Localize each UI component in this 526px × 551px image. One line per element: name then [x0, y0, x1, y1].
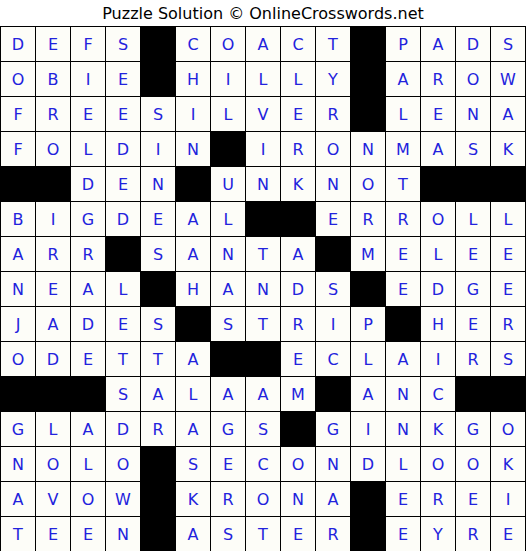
letter-cell-r11c6: L	[176, 377, 211, 412]
letter-cell-r12c8: S	[246, 412, 281, 447]
letter-cell-r10c11: L	[351, 342, 386, 377]
letter-cell-r14c13: R	[421, 482, 456, 517]
letter-cell-r6c5: E	[141, 202, 176, 237]
letter-cell-r4c8: I	[246, 132, 281, 167]
black-cell-r11c10	[316, 377, 351, 412]
letter-cell-r8c2: E	[36, 272, 71, 307]
letter-cell-r4c6: N	[176, 132, 211, 167]
letter-cell-r4c13: A	[421, 132, 456, 167]
letter-cell-r9c11: P	[351, 307, 386, 342]
letter-cell-r8c3: A	[71, 272, 106, 307]
letter-cell-r14c3: O	[71, 482, 106, 517]
letter-cell-r13c6: S	[176, 447, 211, 482]
black-cell-r11c2	[36, 377, 71, 412]
letter-cell-r7c5: S	[141, 237, 176, 272]
letter-cell-r10c2: D	[36, 342, 71, 377]
letter-cell-r9c1: J	[1, 307, 36, 342]
letter-cell-r8c7: A	[211, 272, 246, 307]
letter-cell-r10c1: O	[1, 342, 36, 377]
letter-cell-r10c3: E	[71, 342, 106, 377]
letter-cell-r6c15: L	[491, 202, 526, 237]
letter-cell-r3c15: A	[491, 97, 526, 132]
letter-cell-r13c2: O	[36, 447, 71, 482]
letter-cell-r5c3: D	[71, 167, 106, 202]
black-cell-r8c11	[351, 272, 386, 307]
letter-cell-r11c13: C	[421, 377, 456, 412]
puzzle-solution-page: Puzzle Solution © OnlineCrosswords.net D…	[0, 0, 526, 551]
letter-cell-r1c9: C	[281, 27, 316, 62]
letter-cell-r6c12: R	[386, 202, 421, 237]
letter-cell-r12c7: G	[211, 412, 246, 447]
letter-cell-r9c13: H	[421, 307, 456, 342]
letter-cell-r15c15: E	[491, 517, 526, 551]
letter-cell-r2c1: O	[1, 62, 36, 97]
letter-cell-r2c6: H	[176, 62, 211, 97]
letter-cell-r11c7: A	[211, 377, 246, 412]
letter-cell-r14c15: I	[491, 482, 526, 517]
black-cell-r2c11	[351, 62, 386, 97]
black-cell-r5c14	[456, 167, 491, 202]
letter-cell-r3c14: N	[456, 97, 491, 132]
letter-cell-r12c11: I	[351, 412, 386, 447]
letter-cell-r6c14: L	[456, 202, 491, 237]
letter-cell-r7c3: R	[71, 237, 106, 272]
black-cell-r5c13	[421, 167, 456, 202]
black-cell-r11c1	[1, 377, 36, 412]
black-cell-r6c9	[281, 202, 316, 237]
letter-cell-r1c13: A	[421, 27, 456, 62]
letter-cell-r4c9: R	[281, 132, 316, 167]
black-cell-r10c8	[246, 342, 281, 377]
letter-cell-r12c13: K	[421, 412, 456, 447]
letter-cell-r4c10: O	[316, 132, 351, 167]
letter-cell-r8c9: D	[281, 272, 316, 307]
letter-cell-r12c15: O	[491, 412, 526, 447]
black-cell-r4c7	[211, 132, 246, 167]
letter-cell-r8c10: S	[316, 272, 351, 307]
letter-cell-r12c5: R	[141, 412, 176, 447]
letter-cell-r14c9: N	[281, 482, 316, 517]
letter-cell-r5c10: N	[316, 167, 351, 202]
letter-cell-r4c14: S	[456, 132, 491, 167]
letter-cell-r11c9: M	[281, 377, 316, 412]
letter-cell-r13c15: K	[491, 447, 526, 482]
black-cell-r7c4	[106, 237, 141, 272]
letter-cell-r13c11: D	[351, 447, 386, 482]
letter-cell-r10c10: C	[316, 342, 351, 377]
letter-cell-r8c6: H	[176, 272, 211, 307]
black-cell-r5c1	[1, 167, 36, 202]
letter-cell-r3c12: L	[386, 97, 421, 132]
letter-cell-r7c9: A	[281, 237, 316, 272]
letter-cell-r1c3: F	[71, 27, 106, 62]
crossword-grid: DEFSCOACTPADSOBIEHILLYAROWFREESILVERLENA…	[0, 26, 526, 551]
letter-cell-r7c7: N	[211, 237, 246, 272]
letter-cell-r14c4: W	[106, 482, 141, 517]
letter-cell-r4c15: K	[491, 132, 526, 167]
black-cell-r5c15	[491, 167, 526, 202]
letter-cell-r9c4: E	[106, 307, 141, 342]
letter-cell-r3c4: E	[106, 97, 141, 132]
black-cell-r11c3	[71, 377, 106, 412]
letter-cell-r14c12: E	[386, 482, 421, 517]
letter-cell-r10c5: T	[141, 342, 176, 377]
letter-cell-r1c7: O	[211, 27, 246, 62]
letter-cell-r6c13: O	[421, 202, 456, 237]
black-cell-r13c5	[141, 447, 176, 482]
letter-cell-r14c14: E	[456, 482, 491, 517]
black-cell-r1c11	[351, 27, 386, 62]
letter-cell-r12c12: N	[386, 412, 421, 447]
letter-cell-r3c5: S	[141, 97, 176, 132]
letter-cell-r9c9: R	[281, 307, 316, 342]
black-cell-r11c14	[456, 377, 491, 412]
letter-cell-r8c13: D	[421, 272, 456, 307]
black-cell-r7c10	[316, 237, 351, 272]
letter-cell-r7c13: L	[421, 237, 456, 272]
letter-cell-r12c3: A	[71, 412, 106, 447]
letter-cell-r12c4: D	[106, 412, 141, 447]
letter-cell-r2c10: Y	[316, 62, 351, 97]
letter-cell-r6c3: G	[71, 202, 106, 237]
letter-cell-r2c8: L	[246, 62, 281, 97]
letter-cell-r6c11: R	[351, 202, 386, 237]
letter-cell-r5c9: K	[281, 167, 316, 202]
letter-cell-r15c9: E	[281, 517, 316, 551]
letter-cell-r6c4: D	[106, 202, 141, 237]
letter-cell-r2c12: A	[386, 62, 421, 97]
black-cell-r14c5	[141, 482, 176, 517]
letter-cell-r13c4: O	[106, 447, 141, 482]
letter-cell-r4c5: I	[141, 132, 176, 167]
black-cell-r1c5	[141, 27, 176, 62]
letter-cell-r13c1: N	[1, 447, 36, 482]
letter-cell-r5c5: N	[141, 167, 176, 202]
black-cell-r5c6	[176, 167, 211, 202]
letter-cell-r8c14: G	[456, 272, 491, 307]
letter-cell-r1c15: S	[491, 27, 526, 62]
letter-cell-r14c6: K	[176, 482, 211, 517]
letter-cell-r4c3: L	[71, 132, 106, 167]
letter-cell-r4c4: D	[106, 132, 141, 167]
letter-cell-r10c15: S	[491, 342, 526, 377]
letter-cell-r10c12: A	[386, 342, 421, 377]
letter-cell-r3c6: I	[176, 97, 211, 132]
letter-cell-r10c14: R	[456, 342, 491, 377]
letter-cell-r13c9: O	[281, 447, 316, 482]
letter-cell-r15c2: E	[36, 517, 71, 551]
letter-cell-r3c2: R	[36, 97, 71, 132]
letter-cell-r15c10: R	[316, 517, 351, 551]
letter-cell-r13c8: C	[246, 447, 281, 482]
letter-cell-r11c8: A	[246, 377, 281, 412]
letter-cell-r7c1: A	[1, 237, 36, 272]
black-cell-r12c9	[281, 412, 316, 447]
letter-cell-r13c12: L	[386, 447, 421, 482]
letter-cell-r1c6: C	[176, 27, 211, 62]
black-cell-r6c8	[246, 202, 281, 237]
letter-cell-r8c8: N	[246, 272, 281, 307]
black-cell-r9c12	[386, 307, 421, 342]
letter-cell-r12c14: G	[456, 412, 491, 447]
letter-cell-r4c1: F	[1, 132, 36, 167]
black-cell-r3c11	[351, 97, 386, 132]
letter-cell-r6c1: B	[1, 202, 36, 237]
letter-cell-r6c7: L	[211, 202, 246, 237]
letter-cell-r8c15: E	[491, 272, 526, 307]
letter-cell-r3c13: E	[421, 97, 456, 132]
letter-cell-r11c11: A	[351, 377, 386, 412]
letter-cell-r3c3: E	[71, 97, 106, 132]
black-cell-r10c7	[211, 342, 246, 377]
letter-cell-r1c8: A	[246, 27, 281, 62]
letter-cell-r13c7: E	[211, 447, 246, 482]
letter-cell-r14c10: A	[316, 482, 351, 517]
letter-cell-r6c2: I	[36, 202, 71, 237]
letter-cell-r15c14: R	[456, 517, 491, 551]
letter-cell-r14c2: V	[36, 482, 71, 517]
black-cell-r5c2	[36, 167, 71, 202]
letter-cell-r15c13: Y	[421, 517, 456, 551]
letter-cell-r9c15: R	[491, 307, 526, 342]
letter-cell-r14c8: O	[246, 482, 281, 517]
letter-cell-r2c15: W	[491, 62, 526, 97]
letter-cell-r9c14: E	[456, 307, 491, 342]
letter-cell-r13c10: N	[316, 447, 351, 482]
letter-cell-r8c4: L	[106, 272, 141, 307]
letter-cell-r10c9: E	[281, 342, 316, 377]
letter-cell-r3c1: F	[1, 97, 36, 132]
letter-cell-r3c8: V	[246, 97, 281, 132]
letter-cell-r9c5: S	[141, 307, 176, 342]
letter-cell-r11c5: A	[141, 377, 176, 412]
letter-cell-r7c11: M	[351, 237, 386, 272]
black-cell-r15c5	[141, 517, 176, 551]
letter-cell-r1c1: D	[1, 27, 36, 62]
letter-cell-r4c2: O	[36, 132, 71, 167]
letter-cell-r2c2: B	[36, 62, 71, 97]
letter-cell-r11c12: N	[386, 377, 421, 412]
letter-cell-r14c7: R	[211, 482, 246, 517]
letter-cell-r10c4: T	[106, 342, 141, 377]
letter-cell-r9c2: A	[36, 307, 71, 342]
letter-cell-r11c4: S	[106, 377, 141, 412]
letter-cell-r15c4: N	[106, 517, 141, 551]
letter-cell-r2c13: R	[421, 62, 456, 97]
letter-cell-r6c10: E	[316, 202, 351, 237]
letter-cell-r9c7: S	[211, 307, 246, 342]
letter-cell-r14c1: A	[1, 482, 36, 517]
letter-cell-r15c12: E	[386, 517, 421, 551]
letter-cell-r3c9: E	[281, 97, 316, 132]
letter-cell-r10c6: A	[176, 342, 211, 377]
letter-cell-r5c4: E	[106, 167, 141, 202]
letter-cell-r5c12: T	[386, 167, 421, 202]
letter-cell-r4c12: M	[386, 132, 421, 167]
letter-cell-r13c13: O	[421, 447, 456, 482]
letter-cell-r15c1: T	[1, 517, 36, 551]
letter-cell-r7c8: T	[246, 237, 281, 272]
letter-cell-r2c3: I	[71, 62, 106, 97]
letter-cell-r12c2: L	[36, 412, 71, 447]
black-cell-r11c15	[491, 377, 526, 412]
letter-cell-r5c11: O	[351, 167, 386, 202]
letter-cell-r15c7: S	[211, 517, 246, 551]
letter-cell-r13c14: O	[456, 447, 491, 482]
letter-cell-r7c14: E	[456, 237, 491, 272]
letter-cell-r2c4: E	[106, 62, 141, 97]
letter-cell-r8c1: N	[1, 272, 36, 307]
letter-cell-r7c2: R	[36, 237, 71, 272]
letter-cell-r12c6: A	[176, 412, 211, 447]
letter-cell-r12c1: G	[1, 412, 36, 447]
letter-cell-r12c10: G	[316, 412, 351, 447]
letter-cell-r7c6: A	[176, 237, 211, 272]
black-cell-r15c11	[351, 517, 386, 551]
letter-cell-r15c6: A	[176, 517, 211, 551]
letter-cell-r2c7: I	[211, 62, 246, 97]
letter-cell-r9c3: D	[71, 307, 106, 342]
letter-cell-r5c7: U	[211, 167, 246, 202]
page-title: Puzzle Solution © OnlineCrosswords.net	[0, 0, 526, 26]
letter-cell-r8c12: E	[386, 272, 421, 307]
black-cell-r9c6	[176, 307, 211, 342]
letter-cell-r1c14: D	[456, 27, 491, 62]
letter-cell-r6c6: A	[176, 202, 211, 237]
letter-cell-r1c12: P	[386, 27, 421, 62]
letter-cell-r10c13: I	[421, 342, 456, 377]
letter-cell-r15c8: T	[246, 517, 281, 551]
letter-cell-r3c7: L	[211, 97, 246, 132]
letter-cell-r1c10: T	[316, 27, 351, 62]
letter-cell-r9c10: I	[316, 307, 351, 342]
black-cell-r8c5	[141, 272, 176, 307]
black-cell-r14c11	[351, 482, 386, 517]
black-cell-r2c5	[141, 62, 176, 97]
letter-cell-r15c3: E	[71, 517, 106, 551]
letter-cell-r5c8: N	[246, 167, 281, 202]
letter-cell-r7c15: E	[491, 237, 526, 272]
letter-cell-r1c4: S	[106, 27, 141, 62]
letter-cell-r4c11: N	[351, 132, 386, 167]
letter-cell-r1c2: E	[36, 27, 71, 62]
letter-cell-r3c10: R	[316, 97, 351, 132]
letter-cell-r7c12: E	[386, 237, 421, 272]
letter-cell-r2c9: L	[281, 62, 316, 97]
letter-cell-r13c3: L	[71, 447, 106, 482]
letter-cell-r2c14: O	[456, 62, 491, 97]
letter-cell-r9c8: T	[246, 307, 281, 342]
